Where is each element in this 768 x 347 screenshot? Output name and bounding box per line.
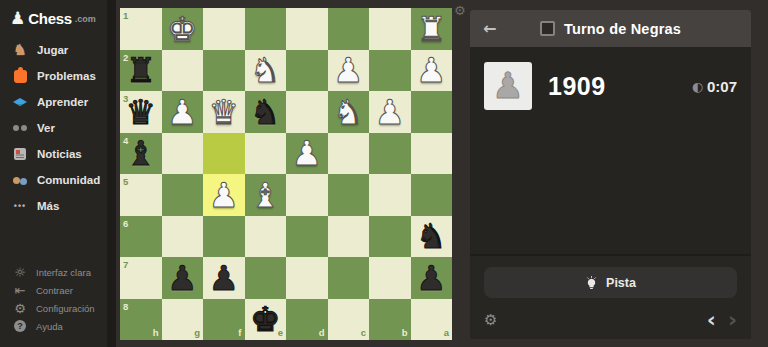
square-a2[interactable]: ♟ xyxy=(411,50,453,92)
white-pawn-piece: ♟ xyxy=(328,50,370,92)
white-pawn-piece: ♟ xyxy=(369,91,411,133)
binoculars-icon xyxy=(12,120,28,136)
sidebar-item-aprender[interactable]: Aprender xyxy=(0,89,107,115)
square-c4[interactable] xyxy=(328,133,370,175)
hint-button[interactable]: Pista xyxy=(484,267,737,298)
sidebar-item-contraer[interactable]: ⇤Contraer xyxy=(0,281,95,299)
white-king-piece: ♚ xyxy=(162,8,204,50)
chess-board: 1♚♜♜2♞♟♟♛3♟♛♞♞♟♝4♟5♟♝6♞7♟♟♟8hgf♚edcba xyxy=(120,8,452,340)
square-f8[interactable]: f xyxy=(203,299,245,341)
sidebar: ♟ Chess.com ♞JugarProblemasAprenderVerNo… xyxy=(0,0,107,347)
square-d7[interactable] xyxy=(286,257,328,299)
sidebar-item-label: Configuración xyxy=(36,303,95,314)
logo-text: Chess xyxy=(28,10,72,27)
black-queen-piece: ♛ xyxy=(120,91,162,133)
sidebar-item-label: Interfaz clara xyxy=(36,267,91,278)
square-f5[interactable]: ♟ xyxy=(203,174,245,216)
community-icon xyxy=(13,177,20,184)
next-move-chevron-icon[interactable]: › xyxy=(728,309,737,331)
chesscom-logo[interactable]: ♟ Chess.com xyxy=(0,6,107,37)
sidebar-item-noticias[interactable]: Noticias xyxy=(0,141,107,167)
square-d8[interactable]: d xyxy=(286,299,328,341)
file-label-d: d xyxy=(319,327,325,338)
square-b8[interactable]: b xyxy=(369,299,411,341)
square-c7[interactable] xyxy=(328,257,370,299)
square-a1[interactable]: ♜ xyxy=(411,8,453,50)
white-rook-piece: ♜ xyxy=(411,8,453,50)
hint-lightbulb-icon xyxy=(585,276,598,290)
rank-label-1: 1 xyxy=(123,10,128,21)
rank-label-7: 7 xyxy=(123,259,128,270)
square-g5[interactable] xyxy=(162,174,204,216)
binoculars-icon xyxy=(13,125,19,131)
settings-gear-icon[interactable]: ⚙ xyxy=(484,311,497,329)
graduation-cap-icon xyxy=(13,98,27,106)
collapse-icon: ⇤ xyxy=(12,282,28,298)
square-d1[interactable] xyxy=(286,8,328,50)
file-label-b: b xyxy=(402,327,408,338)
square-d6[interactable] xyxy=(286,216,328,258)
sidebar-item-label: Problemas xyxy=(37,70,96,82)
square-e4[interactable] xyxy=(245,133,287,175)
puzzle-clock: ◐ 0:07 xyxy=(692,78,737,95)
square-e3[interactable]: ♞ xyxy=(245,91,287,133)
file-label-a: a xyxy=(444,327,449,338)
square-c1[interactable] xyxy=(328,8,370,50)
white-pawn-piece: ♟ xyxy=(162,91,204,133)
square-h3[interactable]: ♛3 xyxy=(120,91,162,133)
sidebar-item-jugar[interactable]: ♞Jugar xyxy=(0,37,107,63)
file-label-g: g xyxy=(194,327,200,338)
black-rook-piece: ♜ xyxy=(120,50,162,92)
square-b3[interactable]: ♟ xyxy=(369,91,411,133)
player-row: ♟ 1909 ◐ 0:07 xyxy=(470,47,751,125)
square-a5[interactable] xyxy=(411,174,453,216)
square-b4[interactable] xyxy=(369,133,411,175)
square-e1[interactable] xyxy=(245,8,287,50)
square-h2[interactable]: ♜2 xyxy=(120,50,162,92)
gear-icon: ⚙ xyxy=(12,300,28,316)
square-f6[interactable] xyxy=(203,216,245,258)
rank-label-5: 5 xyxy=(123,176,128,187)
square-e8[interactable]: ♚e xyxy=(245,299,287,341)
sun-icon: ☼ xyxy=(12,264,28,280)
news-icon xyxy=(14,148,26,160)
rank-label-8: 8 xyxy=(123,301,128,312)
sidebar-item-label: Ver xyxy=(37,122,55,134)
square-d2[interactable] xyxy=(286,50,328,92)
hint-button-label: Pista xyxy=(606,276,636,290)
square-g2[interactable] xyxy=(162,50,204,92)
sun-icon: ☼ xyxy=(13,265,27,279)
help-icon: ? xyxy=(12,318,28,334)
panel-footer: Pista ⚙ ‹ › xyxy=(470,254,751,339)
white-pawn-piece: ♟ xyxy=(411,50,453,92)
square-e7[interactable] xyxy=(245,257,287,299)
black-bishop-piece: ♝ xyxy=(120,133,162,175)
square-a7[interactable]: ♟ xyxy=(411,257,453,299)
sidebar-item-problemas[interactable]: Problemas xyxy=(0,63,107,89)
previous-move-chevron-icon[interactable]: ‹ xyxy=(707,309,716,331)
file-label-c: c xyxy=(361,327,366,338)
square-b1[interactable] xyxy=(369,8,411,50)
sidebar-item-interfaz-clara[interactable]: ☼Interfaz clara xyxy=(0,263,95,281)
square-h4[interactable]: ♝4 xyxy=(120,133,162,175)
square-e5[interactable]: ♝ xyxy=(245,174,287,216)
square-e2[interactable]: ♞ xyxy=(245,50,287,92)
sidebar-item-label: Aprender xyxy=(37,96,88,108)
square-f1[interactable] xyxy=(203,8,245,50)
panel-footer-icons: ⚙ ‹ › xyxy=(484,309,737,331)
square-c8[interactable]: c xyxy=(328,299,370,341)
square-c2[interactable]: ♟ xyxy=(328,50,370,92)
logo-pawn-icon: ♟ xyxy=(10,10,25,27)
sidebar-item-label: Más xyxy=(37,200,59,212)
white-knight-piece: ♞ xyxy=(245,50,287,92)
white-bishop-piece: ♝ xyxy=(245,174,287,216)
square-f2[interactable] xyxy=(203,50,245,92)
square-c6[interactable] xyxy=(328,216,370,258)
sidebar-item-label: Ayuda xyxy=(36,321,63,332)
more-dots-icon: ••• xyxy=(12,198,28,214)
sidebar-item-mas[interactable]: •••Más xyxy=(0,193,107,219)
sidebar-item-label: Jugar xyxy=(37,44,68,56)
more-dots-icon: ••• xyxy=(14,201,26,211)
square-d4[interactable]: ♟ xyxy=(286,133,328,175)
puzzle-icon xyxy=(12,68,28,84)
square-a6[interactable]: ♞ xyxy=(411,216,453,258)
file-label-h: h xyxy=(153,327,159,338)
sidebar-item-configuracion[interactable]: ⚙Configuración xyxy=(0,299,95,317)
rank-label-4: 4 xyxy=(123,135,128,146)
board-settings-gear-icon[interactable]: ⚙ xyxy=(454,3,466,18)
file-label-e: e xyxy=(278,327,283,338)
timer-icon: ◐ xyxy=(692,79,703,94)
puzzle-icon xyxy=(14,70,27,83)
square-h1[interactable]: 1 xyxy=(120,8,162,50)
logo-suffix: .com xyxy=(75,14,96,24)
square-f4[interactable] xyxy=(203,133,245,175)
white-queen-piece: ♛ xyxy=(203,91,245,133)
square-h5[interactable]: 5 xyxy=(120,174,162,216)
square-h6[interactable]: 6 xyxy=(120,216,162,258)
sidebar-item-comunidad[interactable]: Comunidad xyxy=(0,167,107,193)
square-g6[interactable] xyxy=(162,216,204,258)
black-knight-piece: ♞ xyxy=(411,216,453,258)
white-pawn-piece: ♟ xyxy=(203,174,245,216)
square-f7[interactable]: ♟ xyxy=(203,257,245,299)
news-icon xyxy=(12,146,28,162)
back-arrow-icon[interactable]: ← xyxy=(483,10,496,47)
square-g4[interactable] xyxy=(162,133,204,175)
square-g8[interactable]: g xyxy=(162,299,204,341)
avatar-pawn-icon: ♟ xyxy=(492,68,524,104)
square-f3[interactable]: ♛ xyxy=(203,91,245,133)
sidebar-item-label: Noticias xyxy=(37,148,82,160)
help-icon: ? xyxy=(14,320,26,332)
knight-icon: ♞ xyxy=(13,43,26,58)
knight-icon: ♞ xyxy=(12,42,28,58)
square-g7[interactable]: ♟ xyxy=(162,257,204,299)
puzzle-panel: ← Turno de Negras ♟ 1909 ◐ 0:07 Pista ⚙ xyxy=(470,10,751,339)
square-c5[interactable] xyxy=(328,174,370,216)
square-h7[interactable]: 7 xyxy=(120,257,162,299)
move-navigation: ‹ › xyxy=(707,309,737,331)
square-h8[interactable]: 8h xyxy=(120,299,162,341)
community-icon xyxy=(12,172,28,188)
square-b2[interactable] xyxy=(369,50,411,92)
square-b6[interactable] xyxy=(369,216,411,258)
square-g1[interactable]: ♚ xyxy=(162,8,204,50)
sidebar-nav: ♞JugarProblemasAprenderVerNoticiasComuni… xyxy=(0,37,107,219)
sidebar-item-ver[interactable]: Ver xyxy=(0,115,107,141)
clock-time: 0:07 xyxy=(707,78,737,95)
black-pawn-piece: ♟ xyxy=(162,257,204,299)
graduation-cap-icon xyxy=(12,94,28,110)
rank-label-6: 6 xyxy=(123,218,128,229)
panel-header: ← Turno de Negras xyxy=(470,10,751,47)
black-knight-piece: ♞ xyxy=(245,91,287,133)
file-label-f: f xyxy=(238,327,241,338)
turn-indicator-title: Turno de Negras xyxy=(564,21,681,37)
collapse-icon: ⇤ xyxy=(13,283,27,297)
square-d3[interactable] xyxy=(286,91,328,133)
sidebar-item-label: Comunidad xyxy=(37,174,100,186)
square-b5[interactable] xyxy=(369,174,411,216)
sidebar-divider xyxy=(107,0,116,347)
square-a8[interactable]: a xyxy=(411,299,453,341)
black-turn-icon xyxy=(540,21,555,36)
sidebar-item-label: Contraer xyxy=(36,285,73,296)
square-d5[interactable] xyxy=(286,174,328,216)
black-pawn-piece: ♟ xyxy=(203,257,245,299)
black-king-piece: ♚ xyxy=(245,299,287,341)
white-pawn-piece: ♟ xyxy=(286,133,328,175)
player-avatar: ♟ xyxy=(484,62,532,110)
sidebar-item-ayuda[interactable]: ?Ayuda xyxy=(0,317,95,335)
black-pawn-piece: ♟ xyxy=(411,257,453,299)
sidebar-footer-nav: ☼Interfaz clara⇤Contraer⚙Configuración?A… xyxy=(0,263,95,335)
square-a4[interactable] xyxy=(411,133,453,175)
puzzle-rating: 1909 xyxy=(548,72,606,101)
square-e6[interactable] xyxy=(245,216,287,258)
square-g3[interactable]: ♟ xyxy=(162,91,204,133)
square-a3[interactable] xyxy=(411,91,453,133)
rank-label-3: 3 xyxy=(123,93,128,104)
square-c3[interactable]: ♞ xyxy=(328,91,370,133)
gear-icon: ⚙ xyxy=(13,301,27,315)
white-knight-piece: ♞ xyxy=(328,91,370,133)
rank-label-2: 2 xyxy=(123,52,128,63)
panel-spacer xyxy=(470,125,751,254)
square-b7[interactable] xyxy=(369,257,411,299)
